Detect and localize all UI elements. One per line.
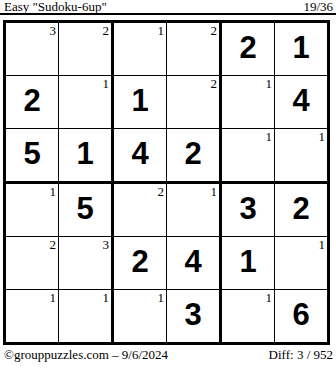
big-digit: 1 bbox=[114, 76, 166, 128]
big-digit bbox=[6, 290, 58, 342]
footer: ©grouppuzzles.com – 9/6/2024 Diff: 3 / 9… bbox=[4, 347, 333, 362]
big-digit: 4 bbox=[114, 129, 166, 181]
cell-r1c2[interactable]: 2 bbox=[59, 23, 114, 76]
cell-r6c6[interactable]: 6 bbox=[275, 290, 327, 342]
big-digit: 1 bbox=[222, 237, 274, 289]
cell-r3c4[interactable]: 2 bbox=[167, 129, 222, 184]
cell-r5c6[interactable]: 1 bbox=[275, 237, 327, 290]
cell-r4c2[interactable]: 5 bbox=[59, 184, 114, 237]
big-digit bbox=[167, 23, 219, 75]
cell-r5c1[interactable]: 2 bbox=[6, 237, 59, 290]
big-digit: 3 bbox=[222, 184, 274, 236]
cell-r1c4[interactable]: 2 bbox=[167, 23, 222, 76]
cell-r6c4[interactable]: 3 bbox=[167, 290, 222, 342]
big-digit: 2 bbox=[222, 23, 274, 75]
cell-r1c3[interactable]: 1 bbox=[114, 23, 167, 76]
big-digit: 3 bbox=[167, 290, 219, 342]
cell-r6c3[interactable]: 1 bbox=[114, 290, 167, 342]
big-digit bbox=[59, 290, 111, 342]
cell-r5c4[interactable]: 4 bbox=[167, 237, 222, 290]
big-digit bbox=[6, 237, 58, 289]
cell-r6c5[interactable]: 1 bbox=[222, 290, 275, 342]
big-digit bbox=[114, 23, 166, 75]
big-digit: 2 bbox=[114, 237, 166, 289]
puzzle-title: Easy "Sudoku-6up" bbox=[4, 0, 107, 14]
cell-r1c1[interactable]: 3 bbox=[6, 23, 59, 76]
big-digit: 4 bbox=[167, 237, 219, 289]
cell-r1c5[interactable]: 2 bbox=[222, 23, 275, 76]
cell-r3c5[interactable]: 1 bbox=[222, 129, 275, 184]
big-digit bbox=[6, 184, 58, 236]
cell-r4c5[interactable]: 3 bbox=[222, 184, 275, 237]
big-digit: 5 bbox=[59, 184, 111, 236]
cell-r1c6[interactable]: 1 bbox=[275, 23, 327, 76]
big-digit bbox=[275, 237, 327, 289]
big-digit: 5 bbox=[6, 129, 58, 181]
big-digit: 6 bbox=[275, 290, 327, 342]
big-digit bbox=[222, 76, 274, 128]
cell-r4c1[interactable]: 1 bbox=[6, 184, 59, 237]
cell-r5c3[interactable]: 2 bbox=[114, 237, 167, 290]
cell-r5c5[interactable]: 1 bbox=[222, 237, 275, 290]
cell-r3c1[interactable]: 5 bbox=[6, 129, 59, 184]
big-digit bbox=[167, 76, 219, 128]
cell-r2c4[interactable]: 2 bbox=[167, 76, 222, 129]
cell-r2c1[interactable]: 2 bbox=[6, 76, 59, 129]
cell-r6c1[interactable]: 1 bbox=[6, 290, 59, 342]
cell-r4c4[interactable]: 1 bbox=[167, 184, 222, 237]
big-digit: 2 bbox=[167, 129, 219, 181]
sudoku-grid: 3 2 1 2 2 1 2 1 1 2 1 4 5 1 4 2 1 1 1 5 … bbox=[3, 20, 330, 345]
cell-r2c5[interactable]: 1 bbox=[222, 76, 275, 129]
cell-r2c6[interactable]: 4 bbox=[275, 76, 327, 129]
big-digit bbox=[222, 290, 274, 342]
big-digit bbox=[6, 23, 58, 75]
big-digit bbox=[114, 290, 166, 342]
cell-r2c2[interactable]: 1 bbox=[59, 76, 114, 129]
puzzle-page: Easy "Sudoku-6up" 19/36 3 2 1 2 2 1 2 1 … bbox=[0, 0, 336, 370]
big-digit bbox=[275, 129, 327, 181]
big-digit: 1 bbox=[275, 23, 327, 75]
big-digit: 2 bbox=[6, 76, 58, 128]
cell-r3c2[interactable]: 1 bbox=[59, 129, 114, 184]
cell-r6c2[interactable]: 1 bbox=[59, 290, 114, 342]
big-digit: 4 bbox=[275, 76, 327, 128]
header: Easy "Sudoku-6up" 19/36 bbox=[4, 0, 333, 14]
big-digit: 2 bbox=[275, 184, 327, 236]
cell-r5c2[interactable]: 3 bbox=[59, 237, 114, 290]
big-digit bbox=[59, 237, 111, 289]
big-digit bbox=[114, 184, 166, 236]
cell-r4c6[interactable]: 2 bbox=[275, 184, 327, 237]
copyright-date: ©grouppuzzles.com – 9/6/2024 bbox=[4, 347, 168, 362]
cell-r3c6[interactable]: 1 bbox=[275, 129, 327, 184]
cell-r2c3[interactable]: 1 bbox=[114, 76, 167, 129]
big-digit bbox=[59, 76, 111, 128]
big-digit bbox=[59, 23, 111, 75]
progress-counter: 19/36 bbox=[303, 0, 333, 14]
big-digit: 1 bbox=[59, 129, 111, 181]
cell-r3c3[interactable]: 4 bbox=[114, 129, 167, 184]
header-rule bbox=[0, 13, 336, 15]
cell-r4c3[interactable]: 2 bbox=[114, 184, 167, 237]
difficulty-label: Diff: 3 / 952 bbox=[269, 347, 333, 362]
big-digit bbox=[167, 184, 219, 236]
big-digit bbox=[222, 129, 274, 181]
